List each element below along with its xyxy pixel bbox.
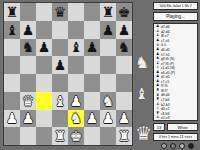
- black-pawn-d5: ♟: [54, 58, 67, 72]
- move-text: b2-b3: [161, 103, 170, 107]
- square-g7[interactable]: ♟: [100, 21, 116, 39]
- square-g1[interactable]: [100, 127, 116, 145]
- white-rook-h1: ♜: [118, 129, 131, 143]
- toolbar-button-3[interactable]: [179, 143, 185, 149]
- white-rook-d1: ♜: [54, 129, 67, 143]
- move-number-box: 13: [153, 123, 165, 131]
- captured-knight-icon: ♞: [135, 55, 149, 71]
- toolbar-button-4[interactable]: [188, 143, 194, 149]
- square-h1[interactable]: ♜: [116, 127, 132, 145]
- square-h2[interactable]: ♟: [116, 110, 132, 128]
- square-c3[interactable]: [36, 92, 52, 110]
- black-rook-g8: ♜: [102, 5, 115, 19]
- square-e1[interactable]: ♚: [68, 127, 84, 145]
- square-a8[interactable]: ♜: [4, 3, 20, 21]
- square-f1[interactable]: [84, 127, 100, 145]
- white-queen-b3: ♛: [22, 94, 35, 108]
- square-b6[interactable]: ♞: [20, 39, 36, 57]
- square-d6[interactable]: [52, 39, 68, 57]
- black-rook-a8: ♜: [6, 5, 19, 19]
- square-c2[interactable]: [36, 110, 52, 128]
- white-pawn-b2: ♟: [22, 111, 35, 125]
- square-e2[interactable]: ♞: [68, 110, 84, 128]
- square-h7[interactable]: ♟: [116, 21, 132, 39]
- move-text: g8-f6 (N): [161, 57, 174, 61]
- move-text: c7-b6: [161, 98, 169, 102]
- square-a5[interactable]: [4, 56, 20, 74]
- square-e4[interactable]: [68, 74, 84, 92]
- move-text: f7-f5: [161, 84, 168, 88]
- move-text: e2-e3: [161, 116, 170, 120]
- square-a1[interactable]: [4, 127, 20, 145]
- square-g5[interactable]: [100, 56, 116, 74]
- move-text: e6-d5 (P): [161, 71, 175, 75]
- square-a6[interactable]: [4, 39, 20, 57]
- square-b5[interactable]: [20, 56, 36, 74]
- square-f6[interactable]: ♟: [84, 39, 100, 57]
- white-knight-g3: ♞: [102, 94, 115, 108]
- square-g4[interactable]: [100, 74, 116, 92]
- crown-icon: ♛: [135, 124, 152, 143]
- square-d3[interactable]: ♝: [52, 92, 68, 110]
- square-h6[interactable]: ♞: [116, 39, 132, 57]
- white-bishop-d3: ♝: [54, 94, 67, 108]
- move-text: f8-e7: [161, 34, 169, 38]
- square-g2[interactable]: ♟: [100, 110, 116, 128]
- square-e3[interactable]: ♟: [68, 92, 84, 110]
- square-b3[interactable]: ♛: [20, 92, 36, 110]
- square-b2[interactable]: ♟: [20, 110, 36, 128]
- square-e6[interactable]: ♝: [68, 39, 84, 57]
- square-d2[interactable]: [52, 110, 68, 128]
- square-b4[interactable]: [20, 74, 36, 92]
- square-h3[interactable]: [116, 92, 132, 110]
- square-b8[interactable]: [20, 3, 36, 21]
- side-to-move-label: White: [167, 123, 198, 131]
- square-e7[interactable]: [68, 21, 84, 39]
- move-text: d8-d4: [161, 93, 170, 97]
- move-text: 0-0: [161, 43, 166, 47]
- square-a7[interactable]: ♝: [4, 21, 20, 39]
- square-f2[interactable]: ♟: [84, 110, 100, 128]
- white-pawn-g2: ♟: [102, 111, 115, 125]
- captured-pieces-tray: ♞♝♛: [134, 0, 152, 150]
- white-pawn-a2: ♟: [6, 111, 19, 125]
- white-king-e1: ♚: [70, 129, 83, 143]
- black-pawn-b7: ♟: [22, 23, 35, 37]
- square-d7[interactable]: [52, 21, 68, 39]
- black-bishop-a7: ♝: [6, 23, 19, 37]
- move-text: d6-d5: [161, 48, 170, 52]
- move-text: d7-d5: [161, 75, 170, 79]
- white-pawn-e3: ♟: [70, 94, 83, 108]
- square-c7[interactable]: [36, 21, 52, 39]
- black-king-h8: ♚: [118, 5, 131, 19]
- black-pawn-f6: ♟: [86, 40, 99, 54]
- square-d1[interactable]: ♜: [52, 127, 68, 145]
- move-text: d3-c2: [161, 107, 169, 111]
- square-g6[interactable]: [100, 39, 116, 57]
- square-f4[interactable]: [84, 74, 100, 92]
- square-b7[interactable]: ♟: [20, 21, 36, 39]
- status-playing-label: Playing...: [153, 12, 198, 21]
- move-row-21[interactable]: ♟e2-e3: [156, 116, 195, 121]
- square-d4[interactable]: [52, 74, 68, 92]
- move-text: e7-f6 (P): [161, 62, 174, 66]
- square-d5[interactable]: ♟: [52, 56, 68, 74]
- move-text: f8-f7: [161, 89, 168, 93]
- toolbar-button-2[interactable]: [170, 143, 176, 149]
- panel-title: 5000 Elo. Italian 1. Mv 2: [153, 2, 198, 10]
- chess-board[interactable]: ♜♛♜♚♝♟♟♟♞♟♝♟♞♟♛♝♟♞♟♟♞♟♟♟♜♚♜: [3, 2, 133, 146]
- move-list[interactable]: ♟d7-d6♟d2-d4♝f8-e7♟c7-c6♚0-0♟d6-d5♟h7-h5…: [153, 23, 198, 121]
- bottom-toolbar: [154, 142, 200, 150]
- white-knight-e2: ♞: [70, 111, 83, 125]
- square-g8[interactable]: ♜: [100, 3, 116, 21]
- square-f7[interactable]: [84, 21, 100, 39]
- black-knight-b6: ♞: [22, 40, 35, 54]
- black-pawn-c6: ♟: [38, 40, 51, 54]
- square-f3[interactable]: [84, 92, 100, 110]
- black-knight-h6: ♞: [118, 40, 131, 54]
- move-piece-icon: ♟: [156, 116, 159, 120]
- square-c8[interactable]: [36, 3, 52, 21]
- move-text: d2-d4: [161, 30, 170, 34]
- square-c1[interactable]: [36, 127, 52, 145]
- square-e8[interactable]: [68, 3, 84, 21]
- black-pawn-g7: ♟: [102, 23, 115, 37]
- square-c5[interactable]: [36, 56, 52, 74]
- square-a4[interactable]: [4, 74, 20, 92]
- square-h4[interactable]: [116, 74, 132, 92]
- square-h5[interactable]: [116, 56, 132, 74]
- square-f8[interactable]: [84, 3, 100, 21]
- square-b1[interactable]: [20, 127, 36, 145]
- black-pawn-h7: ♟: [118, 23, 131, 37]
- move-text: c8-b8: [161, 112, 169, 116]
- square-g3[interactable]: ♞: [100, 92, 116, 110]
- captured-bishop-icon: ♝: [135, 86, 148, 101]
- square-h8[interactable]: ♚: [116, 3, 132, 21]
- square-c4[interactable]: [36, 74, 52, 92]
- white-pawn-f2: ♟: [86, 111, 99, 125]
- move-text: h7-h5: [161, 53, 170, 57]
- black-queen-d8: ♛: [54, 5, 67, 19]
- square-d8[interactable]: ♛: [52, 3, 68, 21]
- white-pawn-h2: ♟: [118, 111, 131, 125]
- square-c6[interactable]: ♟: [36, 39, 52, 57]
- square-a2[interactable]: ♟: [4, 110, 20, 128]
- toolbar-button-1[interactable]: [161, 143, 167, 149]
- side-panel: 5000 Elo. Italian 1. Mv 2 Playing... ♟d7…: [152, 0, 200, 150]
- square-f5[interactable]: [84, 56, 100, 74]
- move-text: c7-c6: [161, 39, 169, 43]
- square-a3[interactable]: [4, 92, 20, 110]
- move-text: c7-c5: [161, 80, 169, 84]
- square-e5[interactable]: [68, 56, 84, 74]
- move-text: c1-d2 (B): [161, 66, 175, 70]
- black-bishop-e6: ♝: [70, 40, 83, 54]
- move-text: d7-d6: [161, 25, 170, 29]
- clock-status-bar: 0 hrs 1 mins 21 secs: [153, 133, 198, 141]
